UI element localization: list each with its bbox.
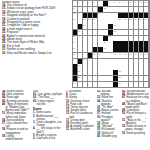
grid-cell: 47 [144,53,149,58]
grid-cell [98,1,103,6]
black-cell [144,41,149,46]
grid-cell: 38 [73,53,78,58]
black-cell [129,47,134,52]
clue-number: 23 [124,18,126,20]
grid-cell [144,70,149,75]
clue-item: 6. Cake with a kick [33,137,63,140]
grid-cell: 25 [134,18,139,23]
grid-cell: 3 [83,1,88,6]
grid-cell [134,76,139,81]
clue-number: 51 [119,70,121,72]
grid-cell [78,13,83,18]
clue-number: 55 [119,82,121,84]
grid-cell: 39 [93,53,98,58]
black-cell [93,13,98,18]
bottom-col-2: club61. Less green, perhaps62. "The Real… [33,90,63,149]
grid-cell: 6 [108,1,113,6]
grid-cell [108,47,113,52]
clue-number: 13 [144,1,146,3]
grid-cell [83,47,88,52]
grid-cell [88,47,93,52]
grid-cell [103,24,108,29]
grid-cell: 35 [103,41,108,46]
black-cell [98,47,103,52]
grid-cell: 11 [134,1,139,6]
black-cell [88,53,93,58]
clue-number: 15 [103,7,105,9]
clue-item-number: 24. [97,100,101,103]
black-cell [93,47,98,52]
grid-cell [88,41,93,46]
grid-cell [113,13,118,18]
bottom-col-3: 7. Scoundrel8. Craze9. Glorify10. Dressi… [66,90,95,149]
grid-cell [123,76,128,81]
grid-cell [108,76,113,81]
grid-cell: 50 [78,70,83,75]
grid-cell [118,59,123,64]
clue-number: 44 [129,53,131,55]
crossword-grid: 1234567891011121314151617181920212223242… [72,0,150,88]
clue-number: 12 [139,1,141,3]
black-cell [118,13,123,18]
black-cell [78,59,83,64]
clue-number: 30 [78,30,80,32]
grid-cell [118,24,123,29]
clue-number: 7 [114,1,115,3]
clue-number: 38 [73,53,75,55]
grid-cell: 7 [113,1,118,6]
clue-number: 46 [139,53,141,55]
grid-cell [134,64,139,69]
clue-number: 14 [73,7,75,9]
black-cell [113,70,118,75]
clue-number: 33 [108,35,110,37]
clue-number: 36 [73,47,75,49]
grid-cell [129,7,134,12]
clue-item-number: 3. [33,121,35,124]
black-cell [139,13,144,18]
grid-cell [103,82,108,87]
clue-number: 41 [114,53,116,55]
clue-item-number: 30. [97,116,101,119]
clue-number: 47 [144,53,146,55]
grid-cell: 41 [113,53,118,58]
clue-number: 24 [129,18,131,20]
black-cell [113,47,118,52]
grid-cell [118,36,123,41]
grid-cell [144,30,149,35]
puzzle-page[interactable]: named Sarah14. The relatives of15. Subje… [0,0,150,150]
grid-cell [93,70,98,75]
black-cell [73,64,78,69]
clue-number: 8 [119,1,120,3]
clue-item-number: 48. [122,103,126,106]
clue-number: 20 [88,18,90,20]
clue-item-number: 22. [97,90,101,93]
black-cell [123,13,128,18]
clue-number: 42 [119,53,121,55]
clue-number: 50 [78,70,80,72]
clue-number: 11 [134,1,136,3]
grid-cell [103,64,108,69]
black-cell [108,24,113,29]
black-cell [113,76,118,81]
black-cell [134,41,139,46]
black-cell [88,13,93,18]
grid-cell: 20 [88,18,93,23]
bottom-col-4: 22. Second helping23. Poker fee24. Shard… [97,90,120,149]
grid-cell [93,24,98,29]
grid-cell: 28 [83,24,88,29]
grid-cell [123,70,128,75]
grid-cell: 14 [73,7,78,12]
clue-item-number: 4. [33,127,35,130]
clue-number: 43 [124,53,126,55]
grid-cell [103,13,108,18]
clue-item: 53. Send sprawling [122,132,149,135]
grid-cell: 27 [144,18,149,23]
grid-cell: 54 [73,82,78,87]
clue-number: 9 [124,1,125,3]
clue-item-number: 21. [66,128,70,131]
grid-cell [139,36,144,41]
grid-cell [108,70,113,75]
grid-cell [129,76,134,81]
grid-cell [83,30,88,35]
clue-item-number: 40. [97,135,101,138]
clue-number: 21 [93,18,95,20]
grid-cell [108,64,113,69]
grid-cell: 15 [103,7,108,12]
grid-cell [98,24,103,29]
grid-cell [144,24,149,29]
clue-item-number: 63. [33,100,37,103]
grid-cell: 23 [123,18,128,23]
grid-cell [113,7,118,12]
grid-cell [113,36,118,41]
grid-cell: 53 [118,76,123,81]
clue-item-number: 53. [122,132,126,135]
clue-number: 3 [83,1,84,3]
grid-cell [113,64,118,69]
grid-cell: 5 [93,1,98,6]
grid-cell [139,82,144,87]
grid-cell [88,36,93,41]
clue-number: 53 [119,76,121,78]
grid-cell [88,59,93,64]
grid-cell: 36 [73,47,78,52]
clue-number: 26 [139,18,141,20]
grid-cell [134,36,139,41]
grid-cell [88,82,93,87]
grid-cell [129,82,134,87]
clue-number: 19 [83,18,85,20]
grid-cell [88,7,93,12]
clue-item: 51. Many underseas Johns and Jones [2,112,30,118]
grid-cell [83,82,88,87]
grid-cell [144,36,149,41]
grid-cell [108,7,113,12]
black-cell [113,41,118,46]
grid-cell: 10 [129,1,134,6]
grid-cell: 26 [139,18,144,23]
clue-number: 10 [129,1,131,3]
grid-cell: 12 [139,1,144,6]
black-cell [108,30,113,35]
clue-number: 28 [83,24,85,26]
grid-cell [78,18,83,23]
grid-cell [113,18,118,23]
clue-number: 27 [144,18,146,20]
clue-number: 35 [103,41,105,43]
clue-item: 48. "Best of Intentions" or "Modern-Day … [2,103,30,113]
clue-number: 54 [73,82,75,84]
grid-cell: 43 [123,53,128,58]
grid-cell [123,7,128,12]
clue-number: 29 [114,24,116,26]
grid-cell [108,13,113,18]
grid-cell: 51 [118,70,123,75]
black-cell [139,47,144,52]
clue-item: 59. Lethal embellishment [2,135,30,141]
grid-cell [78,53,83,58]
clue-item: 33. Ship and Nicole need a Tampa Lite [2,52,67,55]
grid-cell: 52 [78,76,83,81]
grid-cell [139,24,144,29]
grid-cell [103,76,108,81]
grid-cell: 34 [73,41,78,46]
grid-cell: 29 [113,24,118,29]
grid-cell [88,76,93,81]
clue-item-number: 57. [2,122,6,125]
grid-cell [144,82,149,87]
clue-item-number: 33. [2,51,6,55]
clue-number: 45 [134,53,136,55]
grid-cell [129,36,134,41]
grid-cell [139,70,144,75]
grid-cell [118,64,123,69]
grid-cell [98,18,103,23]
black-cell [98,7,103,12]
grid-cell [123,82,128,87]
clue-number: 16 [73,12,75,14]
clue-number: 39 [93,53,95,55]
black-cell [78,24,83,29]
clue-number: 49 [78,64,80,66]
grid-cell: 30 [78,30,83,35]
clue-number: 40 [98,53,100,55]
grid-cell [129,70,134,75]
clue-item-number: 50. [122,112,126,115]
black-cell [134,47,139,52]
clue-number: 22 [119,18,121,20]
grid-cell: 4 [88,1,93,6]
grid-cell [103,70,108,75]
grid-cell: 40 [98,53,103,58]
across-clues-top: named Sarah14. The relatives of15. Subje… [2,1,67,90]
clue-item-number: 15. [66,112,70,115]
grid-cell [134,70,139,75]
grid-cell [98,76,103,81]
grid-cell [113,59,118,64]
grid-cell [93,64,98,69]
grid-cell [139,59,144,64]
grid-cell [123,59,128,64]
black-cell [73,30,78,35]
grid-cell: 21 [93,18,98,23]
clue-item-number: 51. [2,112,6,115]
grid-cell [98,30,103,35]
bottom-col-1: 34. Kind of values42. Gets a bronze44. N… [2,90,30,149]
grid-cell: 22 [118,18,123,23]
clue-number: 37 [103,47,105,49]
grid-cell [93,41,98,46]
grid-cell [98,64,103,69]
grid-cell [108,59,113,64]
grid-cell: 13 [144,1,149,6]
grid-cell [129,30,134,35]
grid-cell: 9 [123,1,128,6]
grid-cell: 49 [78,64,83,69]
black-cell [139,41,144,46]
grid-cell [139,7,144,12]
grid-cell: 2 [78,1,83,6]
grid-cell [78,7,83,12]
clue-number: 2 [78,1,79,3]
grid-cell: 1 [73,1,78,6]
grid-cell [83,76,88,81]
clue-item-number: 59. [2,135,6,138]
grid-cell [108,53,113,58]
grid-cell [139,76,144,81]
grid-cell [108,41,113,46]
grid-cell: 18 [73,18,78,23]
grid-cell [103,30,108,35]
grid-cell [98,41,103,46]
grid-cell [134,30,139,35]
grid-cell [139,30,144,35]
grid-cell: 45 [134,53,139,58]
grid-cell [123,30,128,35]
grid-cell [98,59,103,64]
clue-number: 4 [88,1,89,3]
clue-item-number: 48. [2,103,6,106]
clue-number: 52 [78,76,80,78]
grid-cell [93,30,98,35]
grid-cell [139,64,144,69]
grid-cell [103,18,108,23]
clue-number: 6 [108,1,109,3]
black-cell [123,41,128,46]
grid-cell [144,7,149,12]
grid-cell [78,41,83,46]
black-cell [134,13,139,18]
black-cell [129,13,134,18]
grid-cell: 44 [129,53,134,58]
grid-cell [78,47,83,52]
clue-item: 21. Buttermilk scent [66,128,95,131]
clue-item-number: 52. [122,125,126,128]
grid-cell [83,70,88,75]
grid-cell [103,59,108,64]
grid-cell [73,24,78,29]
grid-cell [129,59,134,64]
black-cell [118,47,123,52]
black-cell [73,70,78,75]
black-cell [123,47,128,52]
grid-cell: 37 [103,47,108,52]
grid-cell: 16 [73,13,78,18]
grid-cell [123,36,128,41]
grid-cell [83,36,88,41]
grid-cell [83,64,88,69]
grid-cell [118,7,123,12]
clue-item-number: 51. [122,119,126,122]
grid-cell [88,24,93,29]
grid-cell: 31 [113,30,118,35]
grid-cell [93,7,98,12]
clue-number: 17 [98,12,100,14]
grid-cell: 17 [98,13,103,18]
clue-number: 25 [134,18,136,20]
grid-cell [83,7,88,12]
clue-item-number: 6. [33,137,35,140]
black-cell [83,13,88,18]
grid-cell: 24 [129,18,134,23]
grid-cell [93,76,98,81]
grid-cell [129,24,134,29]
clue-number: 34 [73,41,75,43]
grid-cell [144,64,149,69]
grid-cell: 48 [83,59,88,64]
clue-item: 40. Wooden peg [97,135,120,138]
black-cell [118,41,123,46]
grid-cell [98,82,103,87]
grid-cell: 19 [83,18,88,23]
clue-number: 5 [93,1,94,3]
grid-cell [93,59,98,64]
clue-number: 31 [114,30,116,32]
clue-item-number: 2. [33,115,35,118]
clue-item-number: 47. [122,96,126,99]
grid-cell: 42 [118,53,123,58]
bottom-col-5: 45. Second bounds46. Mediterranean sail4… [122,90,149,149]
clue-number: 1 [73,1,74,3]
grid-cell [78,82,83,87]
grid-cell [98,70,103,75]
grid-cell: 33 [108,36,113,41]
grid-cell: 32 [73,36,78,41]
grid-cell [144,76,149,81]
grid-cell [118,30,123,35]
black-cell [103,36,108,41]
grid-cell [134,7,139,12]
grid-cell [144,59,149,64]
grid-cell [108,18,113,23]
grid-cell [123,24,128,29]
grid-cell [93,36,98,41]
grid-cell [88,70,93,75]
black-cell [113,82,118,87]
grid-cell [134,59,139,64]
grid-cell [129,64,134,69]
grid-cell: 46 [139,53,144,58]
grid-cell [73,59,78,64]
grid-cell: 8 [118,1,123,6]
grid-cell [93,82,98,87]
grid-cell [88,64,93,69]
black-cell [103,1,108,6]
